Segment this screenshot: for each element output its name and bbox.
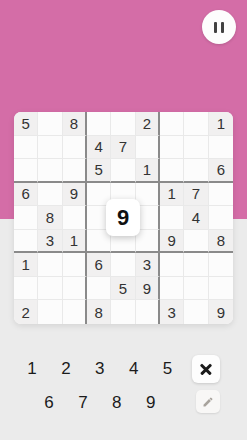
cell-r9c5[interactable] <box>111 300 135 324</box>
cell-r8c5[interactable]: 5 <box>111 277 135 301</box>
pause-button[interactable] <box>202 10 236 44</box>
cell-r4c8[interactable]: 7 <box>184 183 208 207</box>
cell-r6c6[interactable] <box>136 230 160 254</box>
cell-r6c1[interactable] <box>14 230 38 254</box>
cell-r2c6[interactable] <box>136 136 160 160</box>
cell-r3c8[interactable] <box>184 159 208 183</box>
cell-r4c3[interactable]: 9 <box>63 183 87 207</box>
cell-r4c9[interactable] <box>209 183 233 207</box>
numpad-8[interactable]: 8 <box>100 390 134 416</box>
cell-r1c5[interactable] <box>111 112 135 136</box>
cell-r3c2[interactable] <box>38 159 62 183</box>
cell-r8c2[interactable] <box>38 277 62 301</box>
cell-r7c6[interactable]: 3 <box>136 253 160 277</box>
cell-r9c7[interactable]: 3 <box>160 300 184 324</box>
cell-r2c9[interactable] <box>209 136 233 160</box>
cell-r2c8[interactable] <box>184 136 208 160</box>
cell-r6c9[interactable]: 8 <box>209 230 233 254</box>
cell-r8c7[interactable] <box>160 277 184 301</box>
cell-r3c6[interactable]: 1 <box>136 159 160 183</box>
cell-r8c1[interactable] <box>14 277 38 301</box>
numpad-4[interactable]: 4 <box>117 356 151 382</box>
cell-r7c8[interactable] <box>184 253 208 277</box>
cell-r1c2[interactable] <box>38 112 62 136</box>
cell-r9c4[interactable]: 8 <box>87 300 111 324</box>
cell-r3c3[interactable] <box>63 159 87 183</box>
cell-r5c1[interactable] <box>14 206 38 230</box>
cell-r3c7[interactable] <box>160 159 184 183</box>
cell-r7c1[interactable]: 1 <box>14 253 38 277</box>
cell-r7c7[interactable] <box>160 253 184 277</box>
cell-r4c2[interactable] <box>38 183 62 207</box>
cell-r5c3[interactable] <box>63 206 87 230</box>
cell-r2c5[interactable]: 7 <box>111 136 135 160</box>
cell-r5c9[interactable] <box>209 206 233 230</box>
cell-r7c5[interactable] <box>111 253 135 277</box>
cell-r7c3[interactable] <box>63 253 87 277</box>
cell-r2c3[interactable] <box>63 136 87 160</box>
numpad-3[interactable]: 3 <box>83 356 117 382</box>
cell-r2c4[interactable]: 4 <box>87 136 111 160</box>
cell-r8c4[interactable] <box>87 277 111 301</box>
cell-r3c5[interactable] <box>111 159 135 183</box>
cell-r4c1[interactable]: 6 <box>14 183 38 207</box>
cell-r2c1[interactable] <box>14 136 38 160</box>
numpad-1[interactable]: 1 <box>15 356 49 382</box>
cell-r3c4[interactable]: 5 <box>87 159 111 183</box>
pause-icon <box>214 22 224 33</box>
cell-r1c7[interactable] <box>160 112 184 136</box>
cell-r3c1[interactable] <box>14 159 38 183</box>
cell-r1c9[interactable]: 1 <box>209 112 233 136</box>
cell-r1c6[interactable]: 2 <box>136 112 160 136</box>
cell-r3c9[interactable]: 6 <box>209 159 233 183</box>
selected-cell-value: 9 <box>117 205 129 231</box>
cell-r5c2[interactable]: 8 <box>38 206 62 230</box>
cell-r6c2[interactable]: 3 <box>38 230 62 254</box>
cell-r2c7[interactable] <box>160 136 184 160</box>
selected-cell[interactable]: 9 <box>106 199 140 236</box>
numpad-7[interactable]: 7 <box>66 390 100 416</box>
cell-r9c1[interactable]: 2 <box>14 300 38 324</box>
numpad-6[interactable]: 6 <box>32 390 66 416</box>
cell-r9c2[interactable] <box>38 300 62 324</box>
cell-r4c7[interactable]: 1 <box>160 183 184 207</box>
cell-r2c2[interactable] <box>38 136 62 160</box>
cell-r7c2[interactable] <box>38 253 62 277</box>
cell-r6c3[interactable]: 1 <box>63 230 87 254</box>
cell-r7c9[interactable] <box>209 253 233 277</box>
numpad-2[interactable]: 2 <box>49 356 83 382</box>
cell-r8c6[interactable]: 9 <box>136 277 160 301</box>
numpad-5[interactable]: 5 <box>151 356 185 382</box>
cell-r6c7[interactable]: 9 <box>160 230 184 254</box>
cell-r9c8[interactable] <box>184 300 208 324</box>
cell-r5c7[interactable] <box>160 206 184 230</box>
cell-r1c3[interactable]: 8 <box>63 112 87 136</box>
close-icon <box>199 362 213 376</box>
cell-r8c9[interactable] <box>209 277 233 301</box>
cell-r9c9[interactable]: 9 <box>209 300 233 324</box>
cell-r1c8[interactable] <box>184 112 208 136</box>
cell-r8c3[interactable] <box>63 277 87 301</box>
erase-button[interactable] <box>192 355 220 383</box>
cell-r6c8[interactable] <box>184 230 208 254</box>
pencil-mode-button[interactable] <box>196 390 220 413</box>
numpad-9[interactable]: 9 <box>134 390 168 416</box>
cell-r9c6[interactable] <box>136 300 160 324</box>
cell-r5c8[interactable]: 4 <box>184 206 208 230</box>
cell-r9c3[interactable] <box>63 300 87 324</box>
cell-r1c4[interactable] <box>87 112 111 136</box>
cell-r1c1[interactable]: 5 <box>14 112 38 136</box>
cell-r8c8[interactable] <box>184 277 208 301</box>
cell-r7c4[interactable]: 6 <box>87 253 111 277</box>
pencil-icon <box>202 396 214 408</box>
sudoku-app: 5821475166917843198163592839 9 123456789 <box>0 0 247 440</box>
